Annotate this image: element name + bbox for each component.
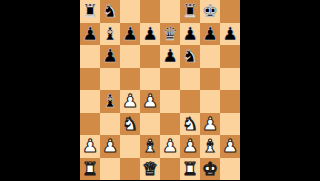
- square-d7[interactable]: ♟: [140, 23, 160, 46]
- square-d8[interactable]: [140, 0, 160, 23]
- piece-black-knight: ♞: [182, 45, 198, 67]
- piece-black-queen: ♛: [162, 23, 178, 45]
- square-a1[interactable]: ♜: [80, 158, 100, 181]
- square-f3[interactable]: ♞: [180, 113, 200, 136]
- square-h3[interactable]: [220, 113, 240, 136]
- square-e2[interactable]: ♟: [160, 135, 180, 158]
- piece-white-pawn: ♟: [162, 135, 178, 157]
- square-b5[interactable]: [100, 68, 120, 91]
- square-g6[interactable]: [200, 45, 220, 68]
- chess-board: ♜♞♜♚♟♝♟♟♛♟♟♟♟♟♞♝♟♟♞♞♟♟♟♝♟♟♝♟♜♛♜♚: [80, 0, 240, 180]
- square-e7[interactable]: ♛: [160, 23, 180, 46]
- video-frame: ♜♞♜♚♟♝♟♟♛♟♟♟♟♟♞♝♟♟♞♞♟♟♟♝♟♟♝♟♜♛♜♚: [0, 0, 320, 180]
- square-b3[interactable]: [100, 113, 120, 136]
- square-e6[interactable]: ♟: [160, 45, 180, 68]
- square-c1[interactable]: [120, 158, 140, 181]
- piece-black-pawn: ♟: [182, 23, 198, 45]
- piece-black-pawn: ♟: [142, 23, 158, 45]
- square-b4[interactable]: ♝: [100, 90, 120, 113]
- square-c6[interactable]: [120, 45, 140, 68]
- square-d3[interactable]: [140, 113, 160, 136]
- square-d5[interactable]: [140, 68, 160, 91]
- piece-black-knight: ♞: [102, 0, 118, 22]
- square-d6[interactable]: [140, 45, 160, 68]
- piece-white-king: ♚: [202, 158, 218, 180]
- square-e5[interactable]: [160, 68, 180, 91]
- piece-white-pawn: ♟: [182, 135, 198, 157]
- piece-black-bishop: ♝: [102, 90, 118, 112]
- piece-black-rook: ♜: [182, 0, 198, 22]
- square-c7[interactable]: ♟: [120, 23, 140, 46]
- piece-white-pawn: ♟: [222, 135, 238, 157]
- square-c8[interactable]: [120, 0, 140, 23]
- square-b7[interactable]: ♝: [100, 23, 120, 46]
- square-e4[interactable]: [160, 90, 180, 113]
- piece-black-pawn: ♟: [102, 45, 118, 67]
- square-g7[interactable]: ♟: [200, 23, 220, 46]
- square-d2[interactable]: ♝: [140, 135, 160, 158]
- square-a4[interactable]: [80, 90, 100, 113]
- square-h5[interactable]: [220, 68, 240, 91]
- square-c2[interactable]: [120, 135, 140, 158]
- square-a3[interactable]: [80, 113, 100, 136]
- square-f1[interactable]: ♜: [180, 158, 200, 181]
- square-e8[interactable]: [160, 0, 180, 23]
- square-a6[interactable]: [80, 45, 100, 68]
- piece-white-pawn: ♟: [82, 135, 98, 157]
- piece-white-bishop: ♝: [202, 135, 218, 157]
- piece-black-pawn: ♟: [202, 23, 218, 45]
- square-b6[interactable]: ♟: [100, 45, 120, 68]
- square-g8[interactable]: ♚: [200, 0, 220, 23]
- piece-black-pawn: ♟: [162, 45, 178, 67]
- square-e1[interactable]: [160, 158, 180, 181]
- letterbox-left: [0, 0, 80, 180]
- square-g3[interactable]: ♟: [200, 113, 220, 136]
- square-e3[interactable]: [160, 113, 180, 136]
- square-d1[interactable]: ♛: [140, 158, 160, 181]
- piece-white-pawn: ♟: [202, 113, 218, 135]
- piece-black-pawn: ♟: [222, 23, 238, 45]
- piece-white-queen: ♛: [142, 158, 158, 180]
- square-g5[interactable]: [200, 68, 220, 91]
- piece-white-rook: ♜: [82, 158, 98, 180]
- square-b8[interactable]: ♞: [100, 0, 120, 23]
- square-f5[interactable]: [180, 68, 200, 91]
- square-b1[interactable]: [100, 158, 120, 181]
- square-h8[interactable]: [220, 0, 240, 23]
- square-h6[interactable]: [220, 45, 240, 68]
- square-h4[interactable]: [220, 90, 240, 113]
- piece-white-rook: ♜: [182, 158, 198, 180]
- square-b2[interactable]: ♟: [100, 135, 120, 158]
- square-f6[interactable]: ♞: [180, 45, 200, 68]
- square-a2[interactable]: ♟: [80, 135, 100, 158]
- square-a7[interactable]: ♟: [80, 23, 100, 46]
- letterbox-right: [240, 0, 320, 180]
- square-d4[interactable]: ♟: [140, 90, 160, 113]
- square-h1[interactable]: [220, 158, 240, 181]
- square-c4[interactable]: ♟: [120, 90, 140, 113]
- piece-white-pawn: ♟: [102, 135, 118, 157]
- piece-white-bishop: ♝: [142, 135, 158, 157]
- piece-black-pawn: ♟: [122, 23, 138, 45]
- piece-white-knight: ♞: [122, 113, 138, 135]
- square-f7[interactable]: ♟: [180, 23, 200, 46]
- square-g1[interactable]: ♚: [200, 158, 220, 181]
- square-f8[interactable]: ♜: [180, 0, 200, 23]
- square-a8[interactable]: ♜: [80, 0, 100, 23]
- piece-white-pawn: ♟: [142, 90, 158, 112]
- square-f2[interactable]: ♟: [180, 135, 200, 158]
- piece-black-pawn: ♟: [82, 23, 98, 45]
- square-c5[interactable]: [120, 68, 140, 91]
- piece-white-knight: ♞: [182, 113, 198, 135]
- square-g2[interactable]: ♝: [200, 135, 220, 158]
- piece-white-pawn: ♟: [122, 90, 138, 112]
- square-a5[interactable]: [80, 68, 100, 91]
- square-f4[interactable]: [180, 90, 200, 113]
- square-h2[interactable]: ♟: [220, 135, 240, 158]
- square-g4[interactable]: [200, 90, 220, 113]
- piece-black-rook: ♜: [82, 0, 98, 22]
- piece-black-king: ♚: [202, 0, 218, 22]
- square-c3[interactable]: ♞: [120, 113, 140, 136]
- square-h7[interactable]: ♟: [220, 23, 240, 46]
- piece-black-bishop: ♝: [102, 23, 118, 45]
